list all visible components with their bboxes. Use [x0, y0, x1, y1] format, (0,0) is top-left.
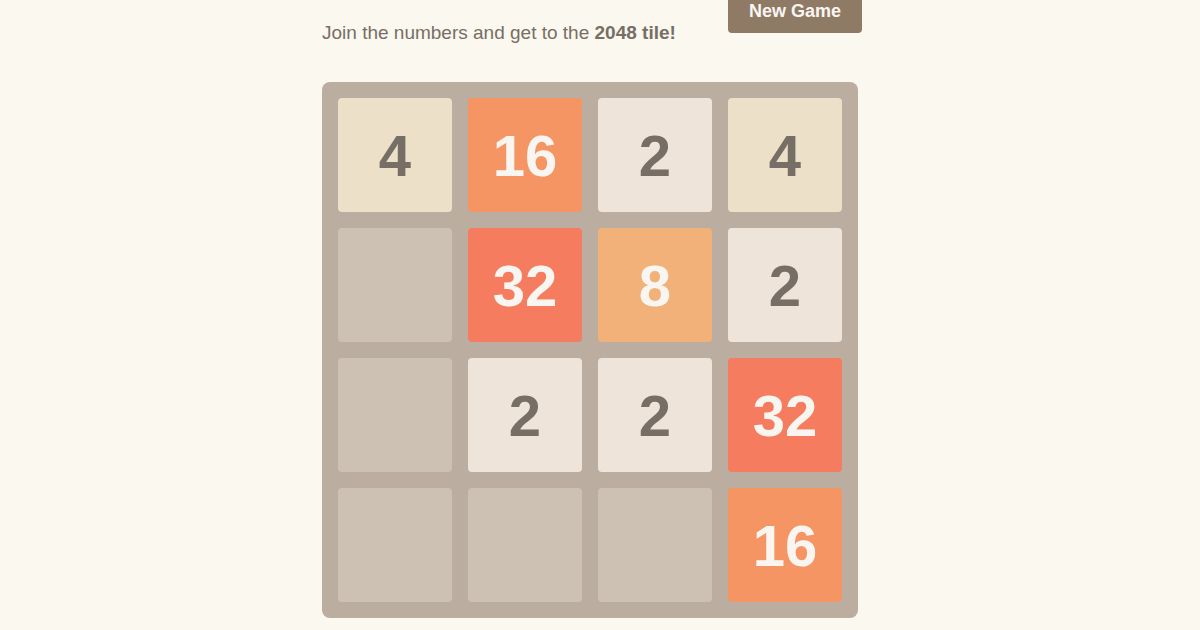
tile-2-r1c3: 2	[598, 98, 712, 212]
new-game-button[interactable]: New Game	[728, 0, 862, 33]
tile-16-r4c4: 16	[728, 488, 842, 602]
intro-text: Join the numbers and get to the 2048 til…	[322, 20, 676, 45]
empty-cell-r4c2	[468, 488, 582, 602]
tile-32-r2c2: 32	[468, 228, 582, 342]
tile-16-r1c2: 16	[468, 98, 582, 212]
empty-cell-r4c3	[598, 488, 712, 602]
empty-cell-r4c1	[338, 488, 452, 602]
game-board[interactable]: 416243282223216	[322, 82, 858, 618]
empty-cell-r2c1	[338, 228, 452, 342]
intro-text-normal: Join the numbers and get to the	[322, 22, 595, 43]
intro-text-goal: 2048 tile!	[595, 22, 676, 43]
above-board-row: Join the numbers and get to the 2048 til…	[322, 0, 862, 40]
tile-2-r3c3: 2	[598, 358, 712, 472]
tile-4-r1c1: 4	[338, 98, 452, 212]
page: Join the numbers and get to the 2048 til…	[0, 0, 1200, 630]
tile-8-r2c3: 8	[598, 228, 712, 342]
tile-4-r1c4: 4	[728, 98, 842, 212]
tile-2-r3c2: 2	[468, 358, 582, 472]
tile-32-r3c4: 32	[728, 358, 842, 472]
empty-cell-r3c1	[338, 358, 452, 472]
tile-2-r2c4: 2	[728, 228, 842, 342]
